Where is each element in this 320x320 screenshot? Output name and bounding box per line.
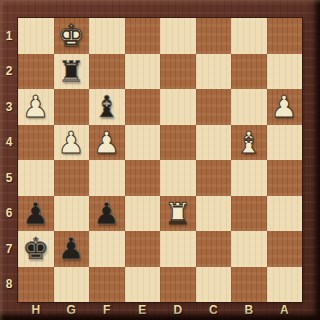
square-b8[interactable]	[231, 267, 267, 303]
square-e5[interactable]	[125, 160, 161, 196]
square-d4[interactable]	[160, 125, 196, 161]
file-labels: HGFEDCBA	[18, 301, 302, 318]
square-e2[interactable]	[125, 54, 161, 90]
square-f3[interactable]: ♝	[89, 89, 125, 125]
file-label-d: D	[160, 301, 196, 318]
rank-label-8: 8	[0, 267, 18, 303]
square-d7[interactable]	[160, 231, 196, 267]
frame-right-edge-shadow	[314, 0, 320, 320]
square-f8[interactable]	[89, 267, 125, 303]
square-g2[interactable]: ♜	[54, 54, 90, 90]
square-c7[interactable]	[196, 231, 232, 267]
square-b6[interactable]	[231, 196, 267, 232]
white-king-g1: ♚	[58, 18, 85, 54]
square-b1[interactable]	[231, 18, 267, 54]
square-e3[interactable]	[125, 89, 161, 125]
square-e7[interactable]	[125, 231, 161, 267]
square-d3[interactable]	[160, 89, 196, 125]
white-bishop-b4: ♝	[235, 125, 262, 161]
square-b4[interactable]: ♝	[231, 125, 267, 161]
square-e4[interactable]	[125, 125, 161, 161]
square-h6[interactable]: ♟	[18, 196, 54, 232]
square-e6[interactable]	[125, 196, 161, 232]
square-h7[interactable]: ♚	[18, 231, 54, 267]
square-d1[interactable]	[160, 18, 196, 54]
file-label-g: G	[54, 301, 90, 318]
square-c1[interactable]	[196, 18, 232, 54]
file-label-h: H	[18, 301, 54, 318]
rank-label-3: 3	[0, 89, 18, 125]
file-label-f: F	[89, 301, 125, 318]
square-f5[interactable]	[89, 160, 125, 196]
square-b7[interactable]	[231, 231, 267, 267]
square-e8[interactable]	[125, 267, 161, 303]
black-pawn-f6: ♟	[93, 196, 120, 232]
black-pawn-g7: ♟	[58, 231, 85, 267]
white-rook-d6: ♜	[164, 196, 191, 232]
white-pawn-g4: ♟	[58, 125, 85, 161]
square-d6[interactable]: ♜	[160, 196, 196, 232]
square-g7[interactable]: ♟	[54, 231, 90, 267]
square-h2[interactable]	[18, 54, 54, 90]
black-bishop-f3: ♝	[93, 89, 120, 125]
square-b3[interactable]	[231, 89, 267, 125]
black-pawn-h6: ♟	[22, 196, 49, 232]
square-f1[interactable]	[89, 18, 125, 54]
square-c4[interactable]	[196, 125, 232, 161]
square-a1[interactable]	[267, 18, 303, 54]
square-g5[interactable]	[54, 160, 90, 196]
square-h3[interactable]: ♟	[18, 89, 54, 125]
rank-label-7: 7	[0, 231, 18, 267]
file-label-a: A	[267, 301, 303, 318]
square-d5[interactable]	[160, 160, 196, 196]
square-h1[interactable]	[18, 18, 54, 54]
square-g1[interactable]: ♚	[54, 18, 90, 54]
square-a3[interactable]: ♟	[267, 89, 303, 125]
square-a4[interactable]	[267, 125, 303, 161]
square-a8[interactable]	[267, 267, 303, 303]
black-rook-g2: ♜	[58, 54, 85, 90]
square-f6[interactable]: ♟	[89, 196, 125, 232]
rank-label-4: 4	[0, 125, 18, 161]
square-g3[interactable]	[54, 89, 90, 125]
square-c8[interactable]	[196, 267, 232, 303]
square-d8[interactable]	[160, 267, 196, 303]
square-c6[interactable]	[196, 196, 232, 232]
square-a5[interactable]	[267, 160, 303, 196]
square-f4[interactable]: ♟	[89, 125, 125, 161]
square-b2[interactable]	[231, 54, 267, 90]
square-c3[interactable]	[196, 89, 232, 125]
square-b5[interactable]	[231, 160, 267, 196]
file-label-e: E	[125, 301, 161, 318]
file-label-b: B	[231, 301, 267, 318]
black-king-h7: ♚	[22, 231, 49, 267]
board-frame: 12345678 HGFEDCBA ♚♜♟♝♟♟♟♝♟♟♜♚♟	[0, 0, 320, 320]
square-a6[interactable]	[267, 196, 303, 232]
square-c2[interactable]	[196, 54, 232, 90]
square-g6[interactable]	[54, 196, 90, 232]
square-f2[interactable]	[89, 54, 125, 90]
square-e1[interactable]	[125, 18, 161, 54]
rank-label-2: 2	[0, 54, 18, 90]
square-c5[interactable]	[196, 160, 232, 196]
square-a2[interactable]	[267, 54, 303, 90]
white-pawn-h3: ♟	[22, 89, 49, 125]
square-h8[interactable]	[18, 267, 54, 303]
rank-labels: 12345678	[0, 18, 18, 302]
chess-board: ♚♜♟♝♟♟♟♝♟♟♜♚♟	[18, 18, 302, 302]
square-d2[interactable]	[160, 54, 196, 90]
rank-label-5: 5	[0, 160, 18, 196]
square-a7[interactable]	[267, 231, 303, 267]
square-h4[interactable]	[18, 125, 54, 161]
square-g8[interactable]	[54, 267, 90, 303]
square-f7[interactable]	[89, 231, 125, 267]
square-g4[interactable]: ♟	[54, 125, 90, 161]
rank-label-1: 1	[0, 18, 18, 54]
white-pawn-a3: ♟	[271, 89, 298, 125]
white-pawn-f4: ♟	[93, 125, 120, 161]
rank-label-6: 6	[0, 196, 18, 232]
file-label-c: C	[196, 301, 232, 318]
square-h5[interactable]	[18, 160, 54, 196]
